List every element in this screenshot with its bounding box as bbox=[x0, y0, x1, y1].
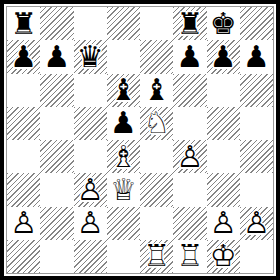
white-pawn[interactable]: ♟♙ bbox=[240, 207, 273, 240]
square-c2[interactable]: ♟♙ bbox=[74, 207, 107, 240]
square-e8[interactable] bbox=[140, 7, 173, 40]
square-b4[interactable] bbox=[40, 140, 73, 173]
square-h2[interactable]: ♟♙ bbox=[240, 207, 273, 240]
square-h6[interactable] bbox=[240, 74, 273, 107]
white-piece-outline: ♙ bbox=[77, 208, 104, 238]
square-c7[interactable]: ♛ bbox=[74, 40, 107, 73]
square-g2[interactable]: ♟♙ bbox=[207, 207, 240, 240]
white-piece-outline: ♙ bbox=[176, 142, 203, 172]
white-piece-outline: ♖ bbox=[176, 241, 203, 271]
black-pawn[interactable]: ♟ bbox=[207, 40, 240, 73]
square-e7[interactable] bbox=[140, 40, 173, 73]
square-b2[interactable] bbox=[40, 207, 73, 240]
white-pawn[interactable]: ♟♙ bbox=[173, 140, 206, 173]
white-bishop[interactable]: ♝♗ bbox=[107, 140, 140, 173]
black-pawn[interactable]: ♟ bbox=[173, 40, 206, 73]
square-g7[interactable]: ♟ bbox=[207, 40, 240, 73]
square-h5[interactable] bbox=[240, 107, 273, 140]
white-rook[interactable]: ♜♖ bbox=[173, 240, 206, 273]
square-f1[interactable]: ♜♖ bbox=[173, 240, 206, 273]
square-f6[interactable] bbox=[173, 74, 206, 107]
white-pawn[interactable]: ♟♙ bbox=[7, 207, 40, 240]
black-pawn[interactable]: ♟ bbox=[240, 40, 273, 73]
square-b1[interactable] bbox=[40, 240, 73, 273]
chess-board: ♜♜♚♟♟♛♟♟♟♝♝♟♞♘♝♗♟♙♟♙♛♕♟♙♟♙♟♙♟♙♜♖♜♖♚♔ bbox=[7, 7, 273, 273]
white-king[interactable]: ♚♔ bbox=[207, 240, 240, 273]
black-rook[interactable]: ♜ bbox=[7, 7, 40, 40]
square-h4[interactable] bbox=[240, 140, 273, 173]
white-piece-outline: ♔ bbox=[210, 241, 237, 271]
black-pawn[interactable]: ♟ bbox=[40, 40, 73, 73]
square-e5[interactable]: ♞♘ bbox=[140, 107, 173, 140]
square-d6[interactable]: ♝ bbox=[107, 74, 140, 107]
white-knight[interactable]: ♞♘ bbox=[140, 107, 173, 140]
white-piece-outline: ♙ bbox=[210, 208, 237, 238]
square-c1[interactable] bbox=[74, 240, 107, 273]
square-c6[interactable] bbox=[74, 74, 107, 107]
square-a1[interactable] bbox=[7, 240, 40, 273]
square-d5[interactable]: ♟ bbox=[107, 107, 140, 140]
square-g5[interactable] bbox=[207, 107, 240, 140]
square-d4[interactable]: ♝♗ bbox=[107, 140, 140, 173]
square-c4[interactable] bbox=[74, 140, 107, 173]
square-e4[interactable] bbox=[140, 140, 173, 173]
square-d3[interactable]: ♛♕ bbox=[107, 173, 140, 206]
square-e3[interactable] bbox=[140, 173, 173, 206]
black-pawn[interactable]: ♟ bbox=[107, 107, 140, 140]
black-pawn[interactable]: ♟ bbox=[7, 40, 40, 73]
white-piece-outline: ♙ bbox=[10, 208, 37, 238]
white-piece-outline: ♖ bbox=[143, 241, 170, 271]
black-bishop[interactable]: ♝ bbox=[107, 74, 140, 107]
square-b3[interactable] bbox=[40, 173, 73, 206]
square-a4[interactable] bbox=[7, 140, 40, 173]
square-b5[interactable] bbox=[40, 107, 73, 140]
square-h1[interactable] bbox=[240, 240, 273, 273]
square-d7[interactable] bbox=[107, 40, 140, 73]
square-a5[interactable] bbox=[7, 107, 40, 140]
white-pawn[interactable]: ♟♙ bbox=[74, 173, 107, 206]
square-a2[interactable]: ♟♙ bbox=[7, 207, 40, 240]
square-h8[interactable] bbox=[240, 7, 273, 40]
square-f5[interactable] bbox=[173, 107, 206, 140]
square-b6[interactable] bbox=[40, 74, 73, 107]
white-piece-outline: ♘ bbox=[143, 108, 170, 138]
square-f2[interactable] bbox=[173, 207, 206, 240]
black-king[interactable]: ♚ bbox=[207, 7, 240, 40]
square-a3[interactable] bbox=[7, 173, 40, 206]
square-d2[interactable] bbox=[107, 207, 140, 240]
square-c8[interactable] bbox=[74, 7, 107, 40]
square-g3[interactable] bbox=[207, 173, 240, 206]
board-frame: ♜♜♚♟♟♛♟♟♟♝♝♟♞♘♝♗♟♙♟♙♛♕♟♙♟♙♟♙♟♙♜♖♜♖♚♔ bbox=[0, 0, 280, 280]
square-g1[interactable]: ♚♔ bbox=[207, 240, 240, 273]
square-b7[interactable]: ♟ bbox=[40, 40, 73, 73]
square-g4[interactable] bbox=[207, 140, 240, 173]
square-e2[interactable] bbox=[140, 207, 173, 240]
square-c5[interactable] bbox=[74, 107, 107, 140]
square-f8[interactable]: ♜ bbox=[173, 7, 206, 40]
white-pawn[interactable]: ♟♙ bbox=[74, 207, 107, 240]
square-a6[interactable] bbox=[7, 74, 40, 107]
black-rook[interactable]: ♜ bbox=[173, 7, 206, 40]
white-pawn[interactable]: ♟♙ bbox=[207, 207, 240, 240]
white-piece-outline: ♕ bbox=[110, 175, 137, 205]
square-f3[interactable] bbox=[173, 173, 206, 206]
square-h7[interactable]: ♟ bbox=[240, 40, 273, 73]
white-piece-outline: ♙ bbox=[243, 208, 270, 238]
white-piece-outline: ♙ bbox=[77, 175, 104, 205]
white-rook[interactable]: ♜♖ bbox=[140, 240, 173, 273]
square-e6[interactable]: ♝ bbox=[140, 74, 173, 107]
white-queen[interactable]: ♛♕ bbox=[107, 173, 140, 206]
black-queen[interactable]: ♛ bbox=[74, 40, 107, 73]
square-g8[interactable]: ♚ bbox=[207, 7, 240, 40]
square-a7[interactable]: ♟ bbox=[7, 40, 40, 73]
board-inner-border: ♜♜♚♟♟♛♟♟♟♝♝♟♞♘♝♗♟♙♟♙♛♕♟♙♟♙♟♙♟♙♜♖♜♖♚♔ bbox=[6, 6, 274, 274]
white-piece-outline: ♗ bbox=[110, 142, 137, 172]
square-c3[interactable]: ♟♙ bbox=[74, 173, 107, 206]
square-f7[interactable]: ♟ bbox=[173, 40, 206, 73]
square-g6[interactable] bbox=[207, 74, 240, 107]
square-f4[interactable]: ♟♙ bbox=[173, 140, 206, 173]
square-h3[interactable] bbox=[240, 173, 273, 206]
square-d1[interactable] bbox=[107, 240, 140, 273]
black-bishop[interactable]: ♝ bbox=[140, 74, 173, 107]
square-b8[interactable] bbox=[40, 7, 73, 40]
square-a8[interactable]: ♜ bbox=[7, 7, 40, 40]
square-e1[interactable]: ♜♖ bbox=[140, 240, 173, 273]
square-d8[interactable] bbox=[107, 7, 140, 40]
